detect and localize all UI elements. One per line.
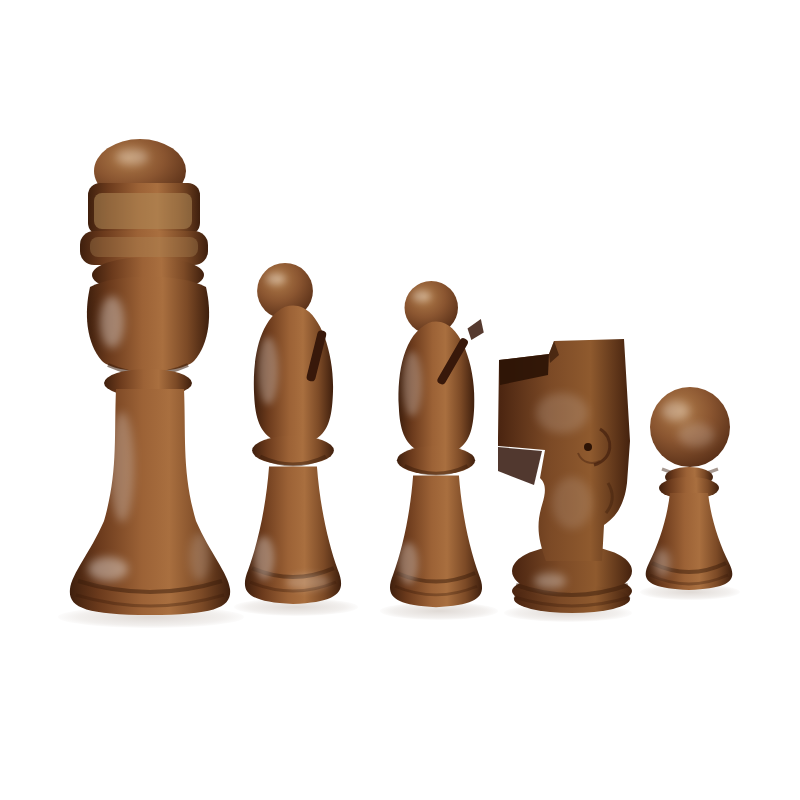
bishop-icon [226, 261, 361, 610]
chess-piece-bishop [370, 279, 503, 613]
product-photo [0, 0, 800, 800]
bishop-icon [370, 279, 503, 613]
chess-piece-king [60, 137, 240, 621]
chess-piece-pawn [632, 385, 747, 595]
knight-icon [492, 333, 642, 616]
chess-piece-bishop [226, 261, 361, 610]
chess-piece-knight [492, 333, 642, 616]
king-icon [60, 137, 240, 621]
pawn-icon [632, 385, 747, 595]
